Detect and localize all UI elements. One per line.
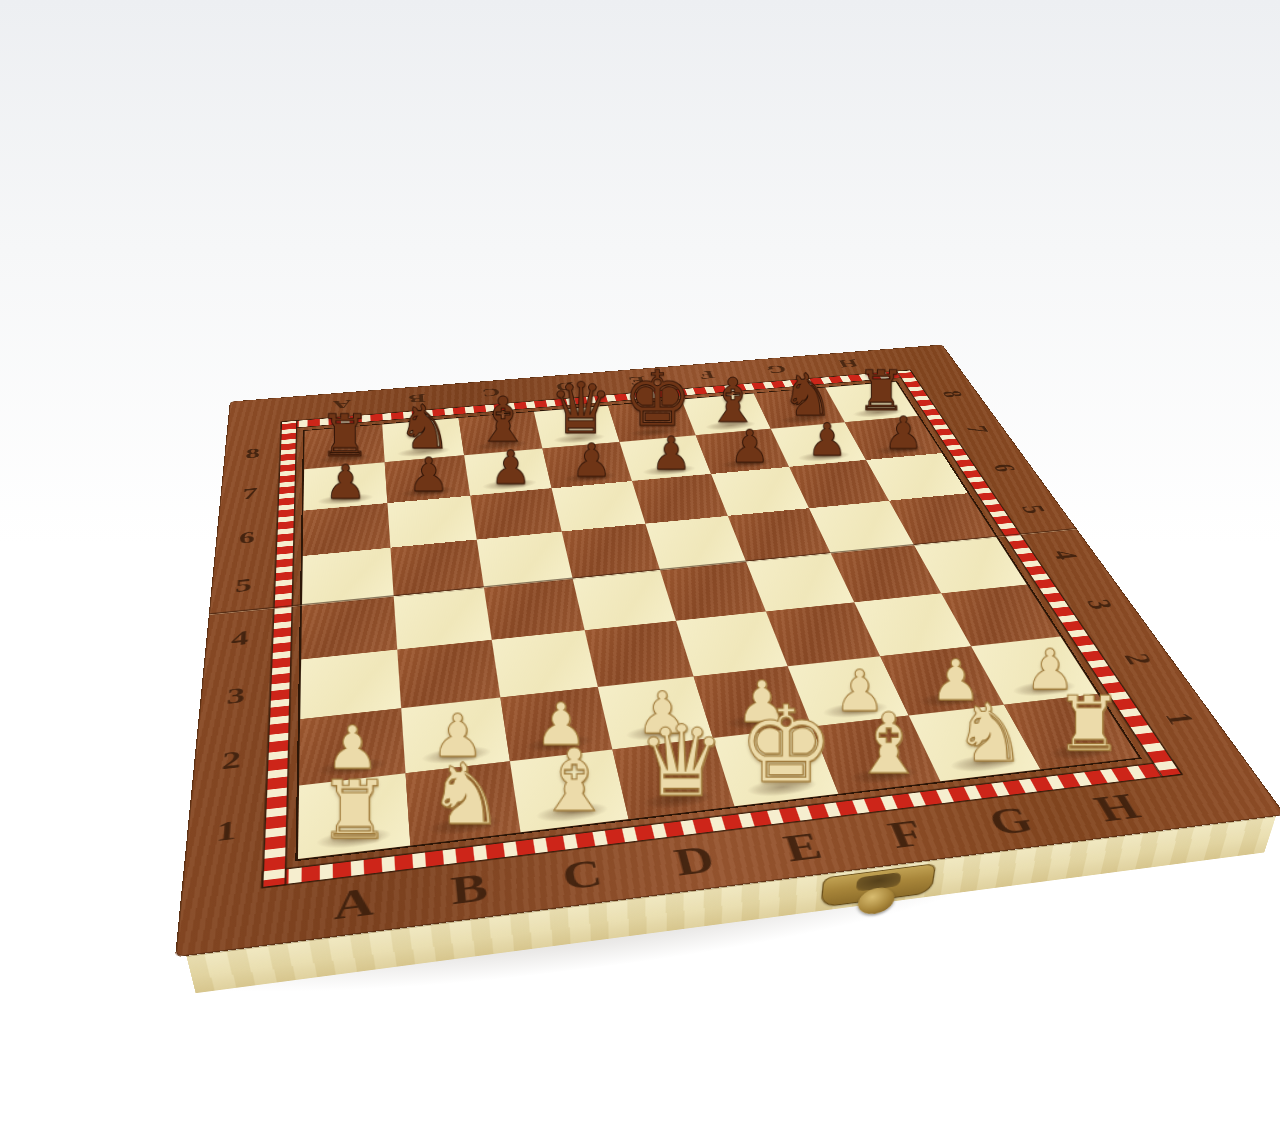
- black-pawn[interactable]: ♟: [730, 424, 771, 469]
- rank-labels-left: 87654321: [188, 432, 278, 874]
- rank-label-right-4: 4: [1044, 549, 1085, 561]
- product-photo-scene: ♜♞♝♛♚♝♞♜♟♟♟♟♟♟♟♟♟♟♟♟♟♟♟♟♜♞♝♛♚♝♞♜ ABCDEFG…: [0, 0, 1280, 1134]
- file-label-h: H: [1087, 786, 1148, 830]
- square-c3[interactable]: [492, 630, 598, 697]
- square-b4[interactable]: [394, 587, 492, 649]
- white-rook[interactable]: ♜: [1055, 686, 1123, 761]
- rank-label-left-8: 8: [245, 445, 261, 462]
- rank-label-left-7: 7: [242, 484, 258, 503]
- black-pawn[interactable]: ♟: [807, 417, 847, 462]
- square-d1[interactable]: ♛: [612, 738, 734, 819]
- square-c5[interactable]: [477, 532, 573, 588]
- black-pawn[interactable]: ♟: [651, 431, 692, 477]
- white-king[interactable]: ♚: [738, 692, 834, 799]
- black-pawn[interactable]: ♟: [571, 438, 612, 484]
- white-bishop[interactable]: ♝: [851, 702, 926, 786]
- square-b3[interactable]: [397, 640, 500, 708]
- square-d4[interactable]: [573, 570, 676, 630]
- rank-label-right-1: 1: [1156, 711, 1203, 727]
- file-label-f: F: [882, 812, 931, 857]
- black-pawn[interactable]: ♟: [884, 411, 924, 456]
- rank-label-right-2: 2: [1115, 652, 1160, 667]
- file-label-a: A: [333, 879, 374, 929]
- square-b6[interactable]: [387, 496, 476, 548]
- square-a3[interactable]: [300, 650, 401, 720]
- square-e3[interactable]: [676, 611, 788, 676]
- white-knight[interactable]: ♞: [428, 752, 504, 837]
- rank-label-right-6: 6: [985, 463, 1022, 473]
- file-label-b: B: [449, 865, 490, 914]
- rank-label-right-7: 7: [959, 425, 994, 434]
- square-a1[interactable]: ♜: [298, 773, 410, 859]
- black-king[interactable]: ♚: [623, 361, 692, 438]
- white-rook[interactable]: ♜: [318, 770, 390, 851]
- rank-label-left-4: 4: [230, 626, 249, 651]
- rank-label-right-5: 5: [1014, 504, 1053, 515]
- white-queen[interactable]: ♛: [637, 713, 725, 811]
- white-knight[interactable]: ♞: [954, 693, 1026, 774]
- square-c4[interactable]: [484, 579, 585, 640]
- rank-label-right-3: 3: [1078, 598, 1121, 611]
- rank-label-right-8: 8: [935, 390, 969, 399]
- square-c6[interactable]: [470, 488, 562, 539]
- board-frame: ♜♞♝♛♚♝♞♜♟♟♟♟♟♟♟♟♟♟♟♟♟♟♟♟♜♞♝♛♚♝♞♜ ABCDEFG…: [175, 345, 1280, 958]
- square-b1[interactable]: ♞: [406, 761, 521, 845]
- file-label-g: G: [981, 799, 1040, 844]
- square-a6[interactable]: [303, 503, 391, 556]
- rank-label-left-3: 3: [226, 682, 246, 709]
- black-pawn[interactable]: ♟: [408, 452, 450, 499]
- file-label-d: D: [670, 837, 719, 884]
- file-label-c: C: [559, 851, 606, 899]
- file-label-e: E: [778, 824, 827, 870]
- square-e1[interactable]: ♚: [713, 727, 838, 807]
- square-g3[interactable]: [854, 593, 971, 656]
- white-bishop[interactable]: ♝: [536, 737, 614, 823]
- rank-label-left-2: 2: [221, 745, 242, 775]
- black-pawn[interactable]: ♟: [490, 445, 532, 491]
- chess-board: ♜♞♝♛♚♝♞♜♟♟♟♟♟♟♟♟♟♟♟♟♟♟♟♟♜♞♝♛♚♝♞♜ ABCDEFG…: [175, 345, 1280, 958]
- square-d3[interactable]: [585, 621, 694, 687]
- square-a4[interactable]: [301, 596, 397, 659]
- rank-label-left-6: 6: [238, 527, 255, 548]
- rank-label-left-5: 5: [234, 574, 252, 597]
- square-h4[interactable]: [914, 537, 1027, 593]
- square-c1[interactable]: ♝: [510, 750, 629, 833]
- black-pawn[interactable]: ♟: [325, 459, 367, 506]
- rank-label-left-1: 1: [215, 814, 238, 848]
